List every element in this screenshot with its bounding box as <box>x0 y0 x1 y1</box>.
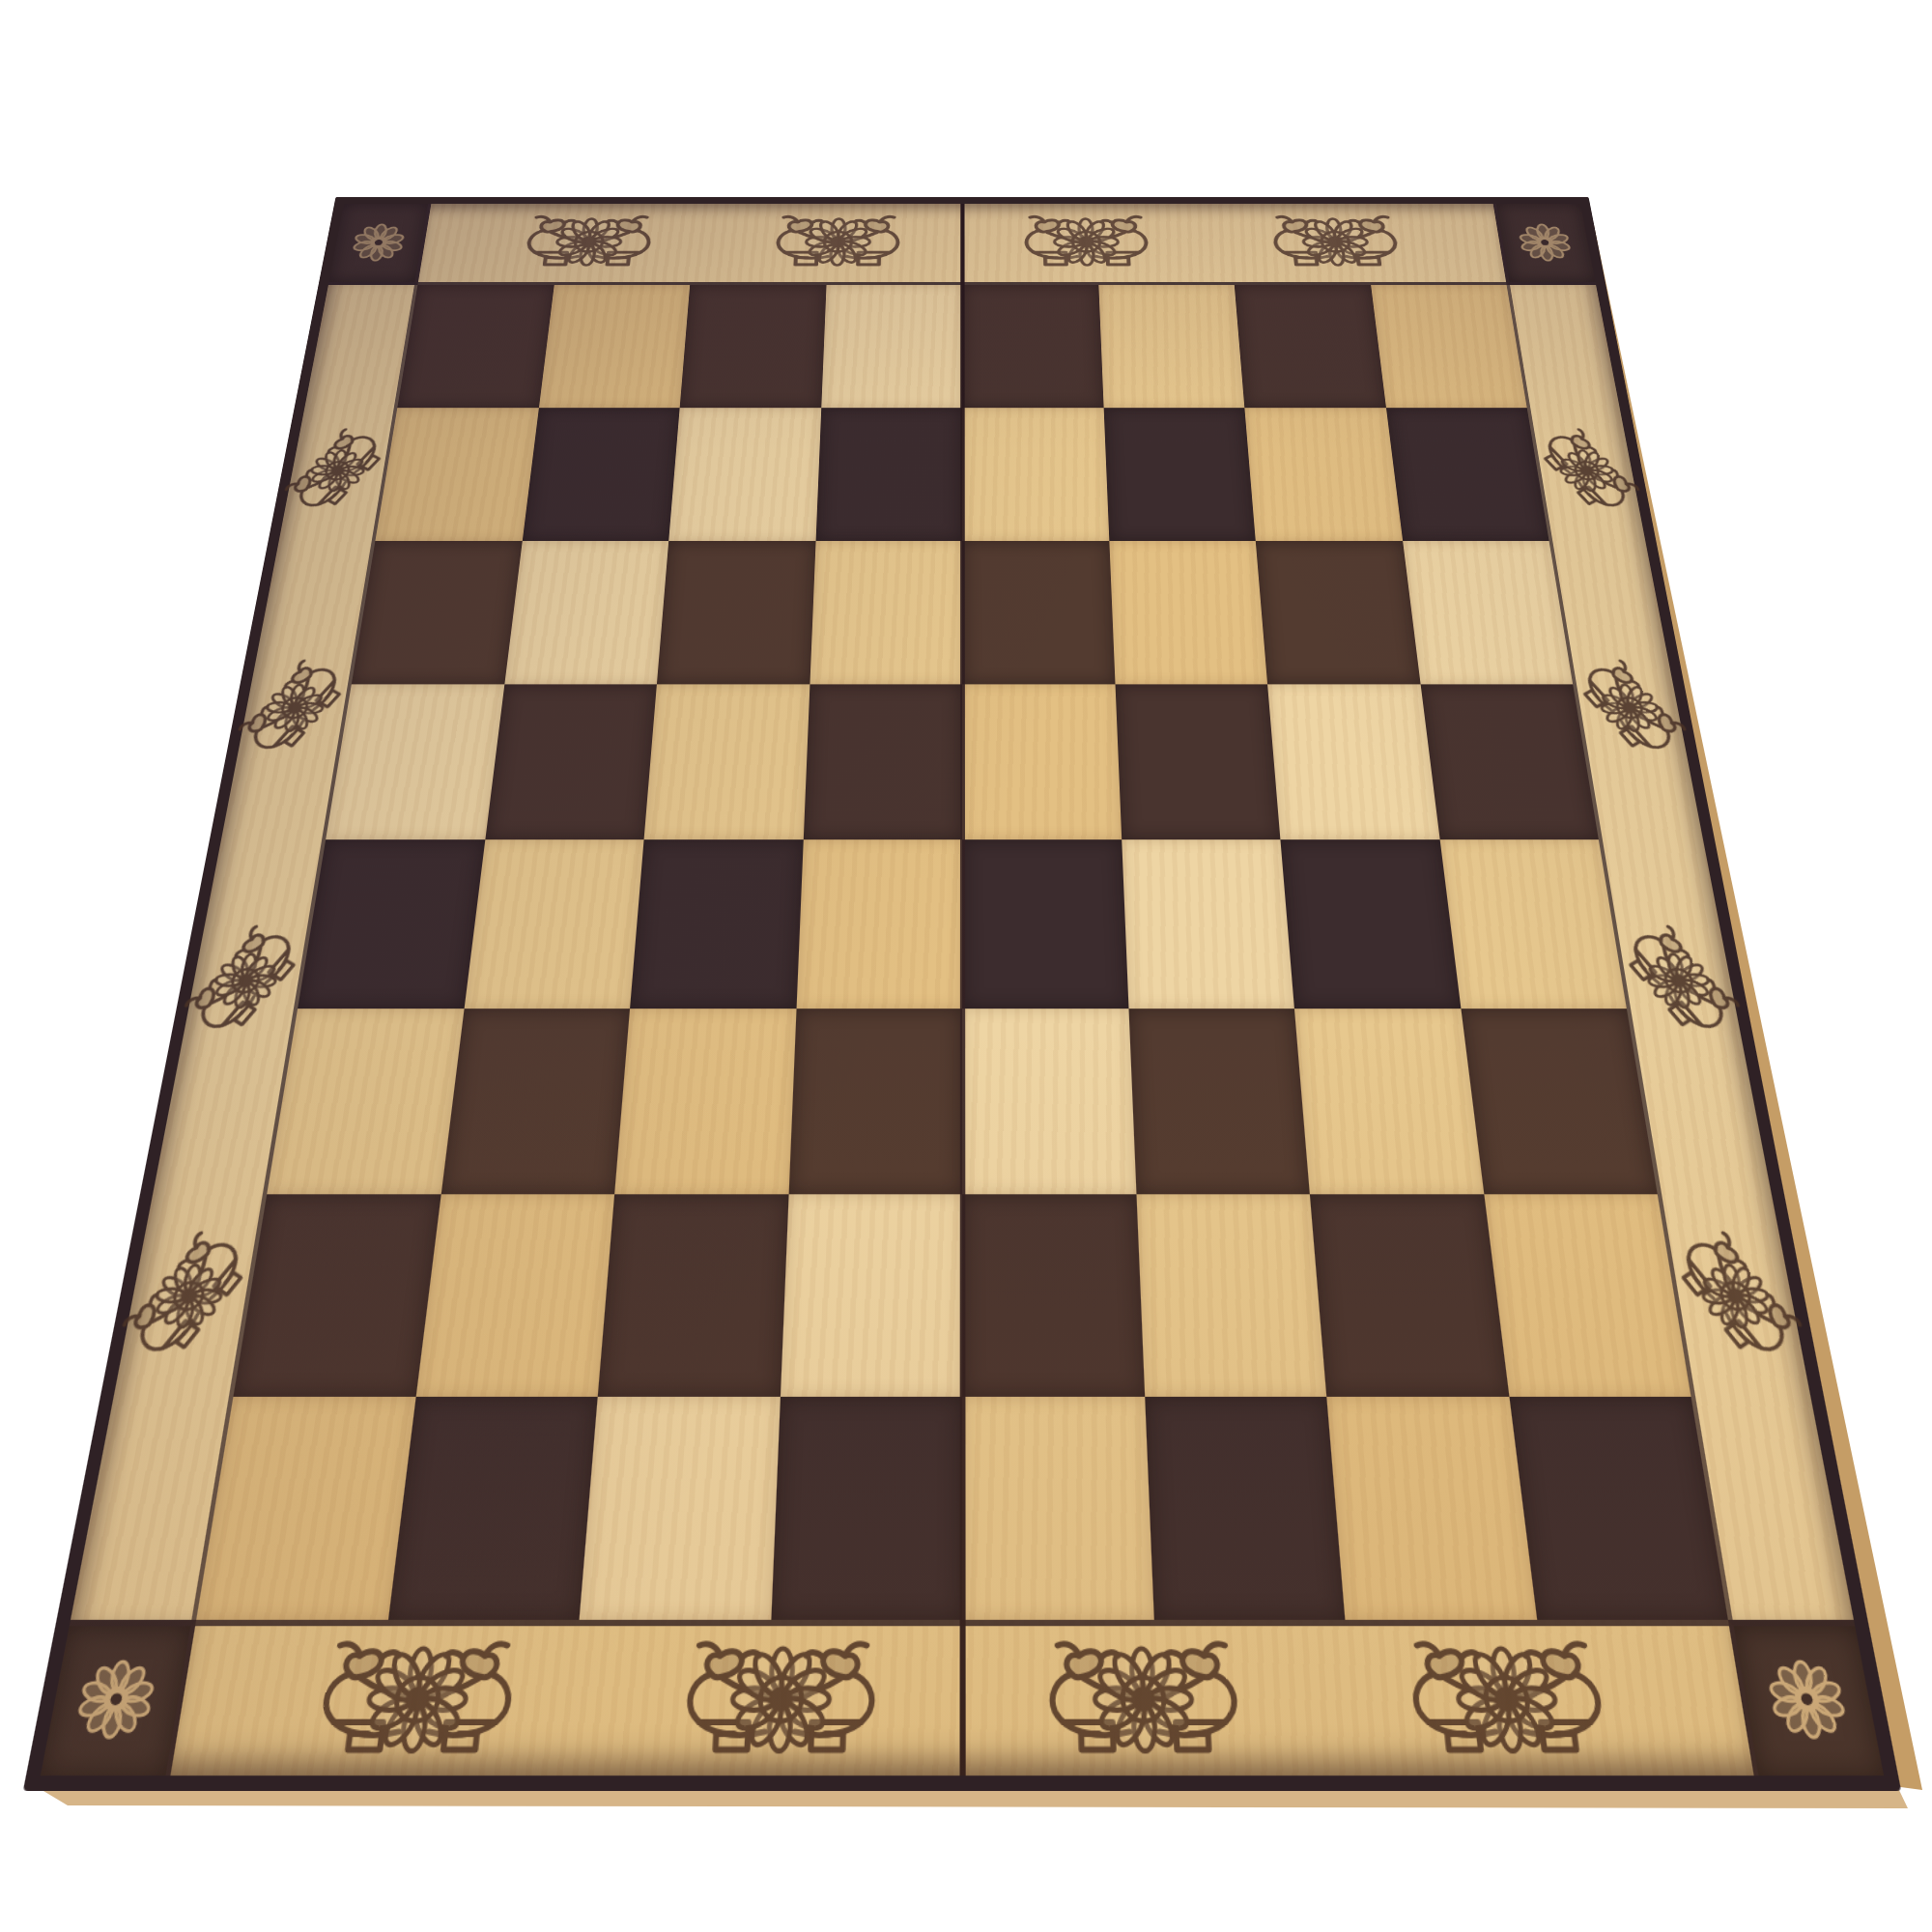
square-e3[interactable] <box>962 1009 1136 1193</box>
square-c7[interactable] <box>668 408 821 540</box>
square-c3[interactable] <box>614 1009 796 1193</box>
fold-seam <box>959 204 965 1776</box>
square-g6[interactable] <box>1256 541 1420 684</box>
square-h5[interactable] <box>1420 684 1599 839</box>
square-d5[interactable] <box>803 684 962 839</box>
square-f8[interactable] <box>1098 285 1244 408</box>
game-board <box>23 197 1901 1792</box>
square-b2[interactable] <box>415 1194 614 1397</box>
square-f1[interactable] <box>1145 1397 1346 1620</box>
horse-daisy-motif-icon <box>1248 212 1424 273</box>
rosette-icon <box>341 213 416 272</box>
square-g5[interactable] <box>1267 684 1439 839</box>
square-a7[interactable] <box>375 408 538 540</box>
square-d4[interactable] <box>796 839 962 1009</box>
square-h8[interactable] <box>1371 285 1527 408</box>
square-h1[interactable] <box>1509 1397 1728 1620</box>
square-f5[interactable] <box>1115 684 1280 839</box>
square-h2[interactable] <box>1484 1194 1691 1397</box>
square-e2[interactable] <box>962 1194 1145 1397</box>
square-b3[interactable] <box>440 1009 630 1193</box>
square-b7[interactable] <box>522 408 679 540</box>
square-a5[interactable] <box>326 684 504 839</box>
square-f7[interactable] <box>1103 408 1256 540</box>
square-a8[interactable] <box>397 285 554 408</box>
rosette-icon <box>1508 213 1583 272</box>
square-e6[interactable] <box>962 541 1115 684</box>
square-d8[interactable] <box>821 285 962 408</box>
square-c8[interactable] <box>680 285 826 408</box>
horse-daisy-motif-icon <box>648 1633 909 1769</box>
horse-daisy-motif-icon <box>500 212 676 273</box>
corner-square-bottom-left <box>41 1620 196 1776</box>
square-d3[interactable] <box>788 1009 962 1193</box>
square-b8[interactable] <box>538 285 690 408</box>
square-e1[interactable] <box>962 1397 1153 1620</box>
square-a1[interactable] <box>196 1397 415 1620</box>
square-f6[interactable] <box>1109 541 1267 684</box>
horse-daisy-motif-icon <box>752 212 923 273</box>
square-c4[interactable] <box>630 839 803 1009</box>
horse-daisy-motif-icon <box>1002 212 1173 273</box>
square-g4[interactable] <box>1280 839 1461 1009</box>
rosette-icon <box>1751 1643 1865 1757</box>
square-h7[interactable] <box>1386 408 1549 540</box>
square-c5[interactable] <box>644 684 810 839</box>
square-b5[interactable] <box>485 684 657 839</box>
rosette-icon <box>59 1643 173 1757</box>
square-f2[interactable] <box>1136 1194 1326 1397</box>
square-c2[interactable] <box>598 1194 788 1397</box>
corner-square-top-left <box>328 204 431 285</box>
square-b4[interactable] <box>464 839 644 1009</box>
square-a4[interactable] <box>298 839 485 1009</box>
square-g1[interactable] <box>1326 1397 1536 1620</box>
square-d1[interactable] <box>771 1397 962 1620</box>
square-e5[interactable] <box>962 684 1122 839</box>
horse-daisy-motif-icon <box>1015 1633 1276 1769</box>
square-e7[interactable] <box>962 408 1109 540</box>
square-g2[interactable] <box>1310 1194 1509 1397</box>
horse-daisy-motif-icon <box>1373 1633 1644 1769</box>
square-d7[interactable] <box>815 408 962 540</box>
square-g8[interactable] <box>1235 285 1386 408</box>
square-a6[interactable] <box>352 541 523 684</box>
square-h3[interactable] <box>1461 1009 1658 1193</box>
horse-daisy-motif-icon <box>280 1633 552 1769</box>
square-f3[interactable] <box>1128 1009 1310 1193</box>
square-g7[interactable] <box>1244 408 1402 540</box>
corner-square-bottom-right <box>1728 1620 1884 1776</box>
square-c1[interactable] <box>580 1397 781 1620</box>
square-d2[interactable] <box>780 1194 962 1397</box>
square-g3[interactable] <box>1294 1009 1484 1193</box>
square-h6[interactable] <box>1403 541 1574 684</box>
square-d6[interactable] <box>810 541 962 684</box>
corner-square-top-right <box>1493 204 1596 285</box>
square-f4[interactable] <box>1122 839 1294 1009</box>
square-h4[interactable] <box>1439 839 1627 1009</box>
square-b1[interactable] <box>387 1397 597 1620</box>
board-scene <box>0 0 1932 1932</box>
square-c6[interactable] <box>657 541 815 684</box>
square-e4[interactable] <box>962 839 1128 1009</box>
square-a2[interactable] <box>234 1194 441 1397</box>
square-b6[interactable] <box>504 541 668 684</box>
square-a3[interactable] <box>267 1009 464 1193</box>
square-e8[interactable] <box>962 285 1103 408</box>
